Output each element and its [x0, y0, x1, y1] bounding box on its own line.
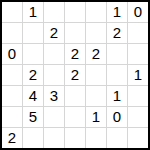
empty-cell-r7c3[interactable]: [44, 128, 64, 148]
empty-cell-r1c5[interactable]: [86, 2, 106, 22]
empty-cell-r3c2[interactable]: [23, 44, 43, 64]
clue-cell-r5c3: 3: [44, 86, 64, 106]
empty-cell-r2c7[interactable]: [128, 23, 148, 43]
empty-cell-r6c1[interactable]: [2, 107, 22, 127]
empty-cell-r6c4[interactable]: [65, 107, 85, 127]
empty-cell-r3c6[interactable]: [107, 44, 127, 64]
empty-cell-r4c6[interactable]: [107, 65, 127, 85]
clue-cell-r4c4: 2: [65, 65, 85, 85]
clue-cell-r4c7: 1: [128, 65, 148, 85]
empty-cell-r6c7[interactable]: [128, 107, 148, 127]
empty-cell-r5c5[interactable]: [86, 86, 106, 106]
clue-cell-r3c1: 0: [2, 44, 22, 64]
empty-cell-r7c4[interactable]: [65, 128, 85, 148]
empty-cell-r3c7[interactable]: [128, 44, 148, 64]
clue-cell-r4c2: 2: [23, 65, 43, 85]
empty-cell-r7c5[interactable]: [86, 128, 106, 148]
clue-cell-r7c1: 2: [2, 128, 22, 148]
clue-cell-r3c4: 2: [65, 44, 85, 64]
empty-cell-r1c1[interactable]: [2, 2, 22, 22]
empty-cell-r1c4[interactable]: [65, 2, 85, 22]
clue-cell-r6c2: 5: [23, 107, 43, 127]
empty-cell-r2c5[interactable]: [86, 23, 106, 43]
empty-cell-r5c4[interactable]: [65, 86, 85, 106]
empty-cell-r7c7[interactable]: [128, 128, 148, 148]
empty-cell-r2c2[interactable]: [23, 23, 43, 43]
clue-cell-r3c5: 2: [86, 44, 106, 64]
empty-cell-r3c3[interactable]: [44, 44, 64, 64]
empty-cell-r4c5[interactable]: [86, 65, 106, 85]
empty-cell-r7c2[interactable]: [23, 128, 43, 148]
empty-cell-r5c7[interactable]: [128, 86, 148, 106]
empty-cell-r2c4[interactable]: [65, 23, 85, 43]
clue-cell-r1c6: 1: [107, 2, 127, 22]
minesweeper-board: 110220222214315102: [0, 0, 150, 150]
empty-cell-r6c3[interactable]: [44, 107, 64, 127]
clue-cell-r5c2: 4: [23, 86, 43, 106]
clue-cell-r6c5: 1: [86, 107, 106, 127]
clue-cell-r1c7: 0: [128, 2, 148, 22]
empty-cell-r2c1[interactable]: [2, 23, 22, 43]
clue-cell-r2c3: 2: [44, 23, 64, 43]
empty-cell-r4c3[interactable]: [44, 65, 64, 85]
clue-cell-r6c6: 0: [107, 107, 127, 127]
empty-cell-r5c1[interactable]: [2, 86, 22, 106]
clue-cell-r2c6: 2: [107, 23, 127, 43]
empty-cell-r7c6[interactable]: [107, 128, 127, 148]
clue-cell-r1c2: 1: [23, 2, 43, 22]
clue-cell-r5c6: 1: [107, 86, 127, 106]
empty-cell-r1c3[interactable]: [44, 2, 64, 22]
empty-cell-r4c1[interactable]: [2, 65, 22, 85]
